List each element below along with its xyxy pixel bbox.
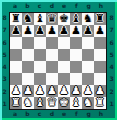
square-d6[interactable] — [46, 37, 58, 49]
square-h1[interactable]: ♜ — [94, 97, 106, 109]
rank-label-right-4: 4 — [108, 61, 115, 73]
piece-white-pawn[interactable]: ♟ — [11, 85, 21, 97]
file-label-bottom-g: g — [83, 110, 95, 118]
piece-black-knight[interactable]: ♞ — [23, 13, 33, 25]
square-c2[interactable]: ♟ — [34, 85, 46, 97]
square-e3[interactable] — [58, 73, 70, 85]
square-b3[interactable] — [22, 73, 34, 85]
rank-label-right-6: 6 — [108, 37, 115, 49]
square-e4[interactable] — [58, 61, 70, 73]
file-label-top-f: f — [70, 2, 82, 10]
square-a4[interactable] — [10, 61, 22, 73]
piece-white-knight[interactable]: ♞ — [23, 97, 33, 109]
square-g1[interactable]: ♞ — [82, 97, 94, 109]
square-f6[interactable] — [70, 37, 82, 49]
square-f8[interactable]: ♝ — [70, 13, 82, 25]
piece-white-pawn[interactable]: ♟ — [95, 85, 105, 97]
file-label-bottom-d: d — [46, 110, 58, 118]
square-b2[interactable]: ♟ — [22, 85, 34, 97]
square-b6[interactable] — [22, 37, 34, 49]
file-label-top-h: h — [95, 2, 107, 10]
file-label-bottom-a: a — [9, 110, 21, 118]
square-c1[interactable]: ♝ — [34, 97, 46, 109]
square-g5[interactable] — [82, 49, 94, 61]
square-d8[interactable]: ♛ — [46, 13, 58, 25]
square-b1[interactable]: ♞ — [22, 97, 34, 109]
rank-label-left-7: 7 — [1, 24, 8, 36]
square-d5[interactable] — [46, 49, 58, 61]
rank-label-right-5: 5 — [108, 49, 115, 61]
square-b8[interactable]: ♞ — [22, 13, 34, 25]
chess-board-frame: abcdefgh 87654321 87654321 abcdefgh ♜♞♝♛… — [0, 0, 117, 120]
piece-white-pawn[interactable]: ♟ — [35, 85, 45, 97]
file-label-top-c: c — [34, 2, 46, 10]
file-label-top-g: g — [83, 2, 95, 10]
square-d2[interactable]: ♟ — [46, 85, 58, 97]
piece-black-pawn[interactable]: ♟ — [47, 25, 57, 37]
piece-white-pawn[interactable]: ♟ — [59, 85, 69, 97]
square-f5[interactable] — [70, 49, 82, 61]
piece-white-pawn[interactable]: ♟ — [23, 85, 33, 97]
square-b7[interactable]: ♟ — [22, 25, 34, 37]
square-g7[interactable]: ♟ — [82, 25, 94, 37]
square-c6[interactable] — [34, 37, 46, 49]
piece-white-king[interactable]: ♚ — [59, 97, 69, 109]
rank-label-left-3: 3 — [1, 73, 8, 85]
piece-black-pawn[interactable]: ♟ — [95, 25, 105, 37]
piece-black-knight[interactable]: ♞ — [83, 13, 93, 25]
rank-labels-right: 87654321 — [108, 12, 115, 110]
square-h6[interactable] — [94, 37, 106, 49]
square-b4[interactable] — [22, 61, 34, 73]
piece-black-bishop[interactable]: ♝ — [35, 13, 45, 25]
square-d4[interactable] — [46, 61, 58, 73]
rank-label-left-1: 1 — [1, 98, 8, 110]
square-h8[interactable]: ♜ — [94, 13, 106, 25]
square-f4[interactable] — [70, 61, 82, 73]
rank-labels-left: 87654321 — [1, 12, 8, 110]
piece-white-rook[interactable]: ♜ — [95, 97, 105, 109]
piece-white-pawn[interactable]: ♟ — [83, 85, 93, 97]
square-e8[interactable]: ♚ — [58, 13, 70, 25]
square-f7[interactable]: ♟ — [70, 25, 82, 37]
square-a7[interactable]: ♟ — [10, 25, 22, 37]
piece-white-pawn[interactable]: ♟ — [71, 85, 81, 97]
square-a6[interactable] — [10, 37, 22, 49]
file-label-bottom-f: f — [70, 110, 82, 118]
rank-label-right-3: 3 — [108, 73, 115, 85]
square-c7[interactable]: ♟ — [34, 25, 46, 37]
square-h4[interactable] — [94, 61, 106, 73]
square-h2[interactable]: ♟ — [94, 85, 106, 97]
piece-black-king[interactable]: ♚ — [59, 13, 69, 25]
file-label-bottom-e: e — [58, 110, 70, 118]
board: ♜♞♝♛♚♝♞♜♟♟♟♟♟♟♟♟♟♟♟♟♟♟♟♟♜♞♝♛♚♝♞♜ — [9, 12, 107, 110]
file-label-bottom-h: h — [95, 110, 107, 118]
piece-black-pawn[interactable]: ♟ — [71, 25, 81, 37]
file-label-top-e: e — [58, 2, 70, 10]
rank-label-left-5: 5 — [1, 49, 8, 61]
square-f3[interactable] — [70, 73, 82, 85]
square-d1[interactable]: ♛ — [46, 97, 58, 109]
piece-black-queen[interactable]: ♛ — [47, 13, 57, 25]
rank-label-left-6: 6 — [1, 37, 8, 49]
square-a2[interactable]: ♟ — [10, 85, 22, 97]
piece-white-bishop[interactable]: ♝ — [35, 97, 45, 109]
file-label-top-a: a — [9, 2, 21, 10]
square-b5[interactable] — [22, 49, 34, 61]
square-g6[interactable] — [82, 37, 94, 49]
square-d7[interactable]: ♟ — [46, 25, 58, 37]
file-label-bottom-c: c — [34, 110, 46, 118]
square-e6[interactable] — [58, 37, 70, 49]
square-c8[interactable]: ♝ — [34, 13, 46, 25]
piece-white-rook[interactable]: ♜ — [11, 97, 21, 109]
square-h5[interactable] — [94, 49, 106, 61]
square-a5[interactable] — [10, 49, 22, 61]
square-e2[interactable]: ♟ — [58, 85, 70, 97]
square-d3[interactable] — [46, 73, 58, 85]
rank-label-left-8: 8 — [1, 12, 8, 24]
file-label-bottom-b: b — [21, 110, 33, 118]
piece-white-bishop[interactable]: ♝ — [71, 97, 81, 109]
piece-black-bishop[interactable]: ♝ — [71, 13, 81, 25]
square-a1[interactable]: ♜ — [10, 97, 22, 109]
square-c5[interactable] — [34, 49, 46, 61]
piece-black-pawn[interactable]: ♟ — [23, 25, 33, 37]
piece-black-pawn[interactable]: ♟ — [83, 25, 93, 37]
rank-label-left-4: 4 — [1, 61, 8, 73]
rank-label-left-2: 2 — [1, 86, 8, 98]
square-h7[interactable]: ♟ — [94, 25, 106, 37]
square-g3[interactable] — [82, 73, 94, 85]
square-e5[interactable] — [58, 49, 70, 61]
square-c3[interactable] — [34, 73, 46, 85]
square-f2[interactable]: ♟ — [70, 85, 82, 97]
rank-label-right-2: 2 — [108, 86, 115, 98]
square-g8[interactable]: ♞ — [82, 13, 94, 25]
rank-label-right-1: 1 — [108, 98, 115, 110]
piece-black-pawn[interactable]: ♟ — [35, 25, 45, 37]
file-labels-top: abcdefgh — [9, 2, 107, 10]
square-h3[interactable] — [94, 73, 106, 85]
piece-white-queen[interactable]: ♛ — [47, 97, 57, 109]
piece-black-pawn[interactable]: ♟ — [59, 25, 69, 37]
square-a8[interactable]: ♜ — [10, 13, 22, 25]
square-g4[interactable] — [82, 61, 94, 73]
file-label-top-d: d — [46, 2, 58, 10]
square-g2[interactable]: ♟ — [82, 85, 94, 97]
piece-black-rook[interactable]: ♜ — [95, 13, 105, 25]
square-f1[interactable]: ♝ — [70, 97, 82, 109]
rank-label-right-8: 8 — [108, 12, 115, 24]
square-e1[interactable]: ♚ — [58, 97, 70, 109]
piece-black-pawn[interactable]: ♟ — [11, 25, 21, 37]
piece-white-knight[interactable]: ♞ — [83, 97, 93, 109]
square-a3[interactable] — [10, 73, 22, 85]
square-c4[interactable] — [34, 61, 46, 73]
file-labels-bottom: abcdefgh — [9, 110, 107, 118]
file-label-top-b: b — [21, 2, 33, 10]
piece-white-pawn[interactable]: ♟ — [47, 85, 57, 97]
rank-label-right-7: 7 — [108, 24, 115, 36]
piece-black-rook[interactable]: ♜ — [11, 13, 21, 25]
square-e7[interactable]: ♟ — [58, 25, 70, 37]
